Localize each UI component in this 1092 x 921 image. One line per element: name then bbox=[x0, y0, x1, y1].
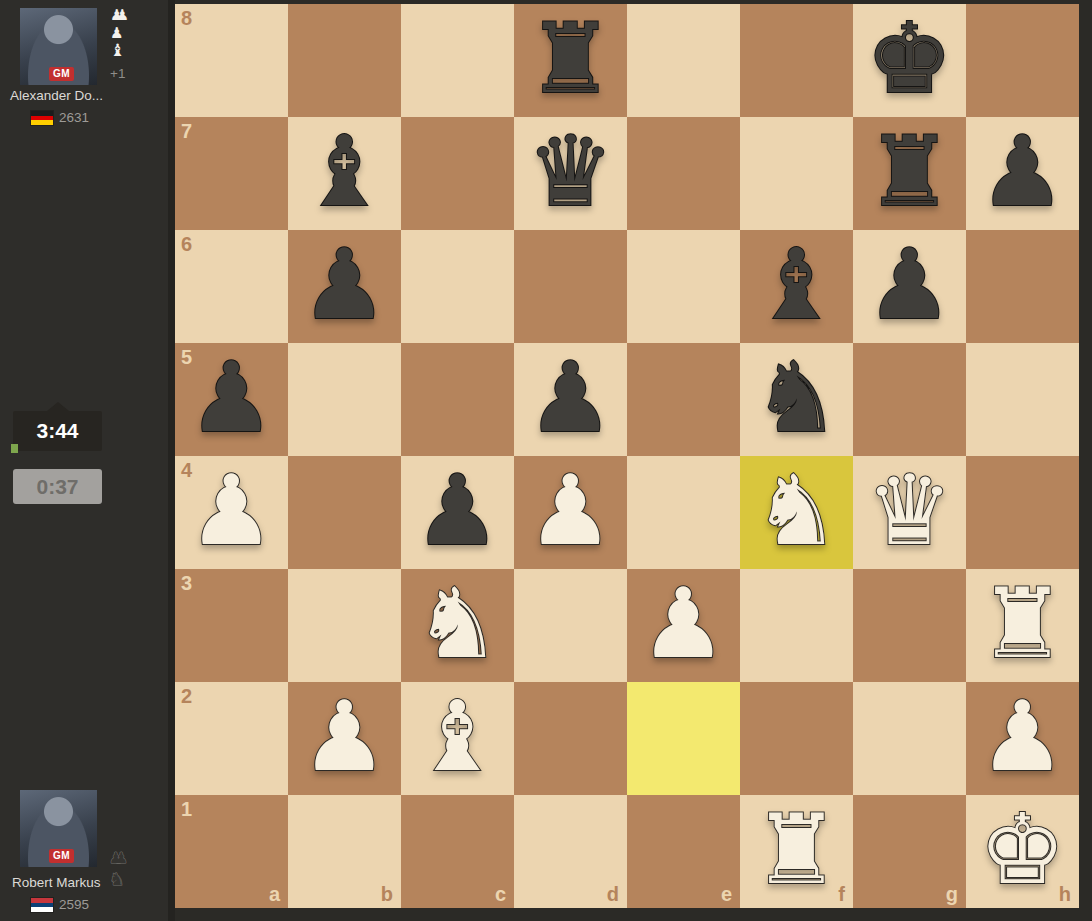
square-e6[interactable] bbox=[627, 230, 740, 343]
square-c7[interactable] bbox=[401, 117, 514, 230]
square-a1[interactable]: 1a bbox=[175, 795, 288, 908]
rank-label-2: 2 bbox=[181, 685, 192, 708]
square-f4[interactable]: ♞ bbox=[740, 456, 853, 569]
white-knight-piece[interactable]: ♞ bbox=[740, 456, 853, 569]
square-h7[interactable]: ♟ bbox=[966, 117, 1079, 230]
top-player-rating: 2631 bbox=[59, 110, 89, 125]
square-e8[interactable] bbox=[627, 4, 740, 117]
square-f5[interactable]: ♞ bbox=[740, 343, 853, 456]
square-g6[interactable]: ♟ bbox=[853, 230, 966, 343]
square-h5[interactable] bbox=[966, 343, 1079, 456]
square-h8[interactable] bbox=[966, 4, 1079, 117]
square-d1[interactable]: d bbox=[514, 795, 627, 908]
rank-label-6: 6 bbox=[181, 233, 192, 256]
square-a5[interactable]: 5♟ bbox=[175, 343, 288, 456]
square-g2[interactable] bbox=[853, 682, 966, 795]
square-c4[interactable]: ♟ bbox=[401, 456, 514, 569]
square-h2[interactable]: ♟ bbox=[966, 682, 1079, 795]
black-pawn-piece[interactable]: ♟ bbox=[853, 230, 966, 343]
white-pawn-piece[interactable]: ♟ bbox=[175, 456, 288, 569]
top-player-title-badge: GM bbox=[49, 67, 74, 81]
white-clock: 0:37 bbox=[13, 469, 102, 504]
black-bishop-piece[interactable]: ♝ bbox=[288, 117, 401, 230]
white-pawn-piece[interactable]: ♟ bbox=[288, 682, 401, 795]
white-king-piece[interactable]: ♚ bbox=[966, 795, 1079, 908]
file-label-g: g bbox=[946, 883, 958, 906]
captured-bishop-icon: ♝ bbox=[110, 42, 125, 59]
germany-flag-icon bbox=[31, 111, 53, 125]
square-e1[interactable]: e bbox=[627, 795, 740, 908]
square-h4[interactable] bbox=[966, 456, 1079, 569]
white-pawn-piece[interactable]: ♟ bbox=[514, 456, 627, 569]
square-g8[interactable]: ♚ bbox=[853, 4, 966, 117]
black-pawn-piece[interactable]: ♟ bbox=[401, 456, 514, 569]
file-label-c: c bbox=[495, 883, 506, 906]
black-pawn-piece[interactable]: ♟ bbox=[288, 230, 401, 343]
square-c3[interactable]: ♞ bbox=[401, 569, 514, 682]
square-f3[interactable] bbox=[740, 569, 853, 682]
square-g4[interactable]: ♛ bbox=[853, 456, 966, 569]
white-queen-piece[interactable]: ♛ bbox=[853, 456, 966, 569]
square-c8[interactable] bbox=[401, 4, 514, 117]
square-a8[interactable]: 8 bbox=[175, 4, 288, 117]
square-g1[interactable]: g bbox=[853, 795, 966, 908]
board-left-seam bbox=[168, 0, 175, 921]
white-knight-piece[interactable]: ♞ bbox=[401, 569, 514, 682]
top-player-name[interactable]: Alexander Do... bbox=[10, 88, 103, 103]
file-label-e: e bbox=[721, 883, 732, 906]
square-e7[interactable] bbox=[627, 117, 740, 230]
square-d6[interactable] bbox=[514, 230, 627, 343]
square-f8[interactable] bbox=[740, 4, 853, 117]
file-label-b: b bbox=[381, 883, 393, 906]
black-bishop-piece[interactable]: ♝ bbox=[740, 230, 853, 343]
square-b5[interactable] bbox=[288, 343, 401, 456]
square-c1[interactable]: c bbox=[401, 795, 514, 908]
square-a2[interactable]: 2 bbox=[175, 682, 288, 795]
square-f2[interactable] bbox=[740, 682, 853, 795]
square-b7[interactable]: ♝ bbox=[288, 117, 401, 230]
bottom-player-name[interactable]: Robert Markus bbox=[12, 875, 101, 890]
square-h6[interactable] bbox=[966, 230, 1079, 343]
serbia-flag-icon bbox=[31, 898, 53, 912]
bottom-player-title-badge: GM bbox=[49, 849, 74, 863]
rank-label-3: 3 bbox=[181, 572, 192, 595]
square-d5[interactable]: ♟ bbox=[514, 343, 627, 456]
square-b2[interactable]: ♟ bbox=[288, 682, 401, 795]
material-advantage: +1 bbox=[110, 66, 125, 81]
square-d4[interactable]: ♟ bbox=[514, 456, 627, 569]
square-a6[interactable]: 6 bbox=[175, 230, 288, 343]
green-status-dot bbox=[11, 444, 18, 453]
square-c2[interactable]: ♝ bbox=[401, 682, 514, 795]
bottom-player-avatar[interactable]: GM bbox=[20, 790, 97, 867]
white-pawn-piece[interactable]: ♟ bbox=[627, 569, 740, 682]
square-e4[interactable] bbox=[627, 456, 740, 569]
black-rook-piece[interactable]: ♜ bbox=[514, 4, 627, 117]
rank-label-1: 1 bbox=[181, 798, 192, 821]
top-player-rating-row: 2631 bbox=[5, 110, 115, 125]
clock-notch bbox=[47, 402, 69, 411]
square-d7[interactable]: ♛ bbox=[514, 117, 627, 230]
black-queen-piece[interactable]: ♛ bbox=[514, 117, 627, 230]
square-a3[interactable]: 3 bbox=[175, 569, 288, 682]
square-g3[interactable] bbox=[853, 569, 966, 682]
black-rook-piece[interactable]: ♜ bbox=[853, 117, 966, 230]
sidebar: GM ♟♟ ♟ ♝ +1 Alexander Do... 2631 3:44 0… bbox=[0, 0, 168, 921]
black-pawn-piece[interactable]: ♟ bbox=[966, 117, 1079, 230]
white-bishop-piece[interactable]: ♝ bbox=[401, 682, 514, 795]
rank-label-7: 7 bbox=[181, 120, 192, 143]
square-h3[interactable]: ♜ bbox=[966, 569, 1079, 682]
file-label-a: a bbox=[269, 883, 280, 906]
square-g7[interactable]: ♜ bbox=[853, 117, 966, 230]
square-c5[interactable] bbox=[401, 343, 514, 456]
square-h1[interactable]: h♚ bbox=[966, 795, 1079, 908]
square-d3[interactable] bbox=[514, 569, 627, 682]
file-label-d: d bbox=[607, 883, 619, 906]
square-f1[interactable]: f♜ bbox=[740, 795, 853, 908]
square-g5[interactable] bbox=[853, 343, 966, 456]
captured-knight-icon: ♞ bbox=[109, 871, 124, 888]
black-knight-piece[interactable]: ♞ bbox=[740, 343, 853, 456]
captured-pawns-pair-icon: ♟♟ bbox=[110, 8, 121, 23]
captured-pawns-pair-icon: ♟♟ bbox=[109, 851, 120, 866]
square-e5[interactable] bbox=[627, 343, 740, 456]
square-b1[interactable]: b bbox=[288, 795, 401, 908]
top-player-avatar[interactable]: GM bbox=[20, 8, 97, 85]
white-rook-piece[interactable]: ♜ bbox=[740, 795, 853, 908]
square-b8[interactable] bbox=[288, 4, 401, 117]
square-b3[interactable] bbox=[288, 569, 401, 682]
square-b4[interactable] bbox=[288, 456, 401, 569]
black-pawn-piece[interactable]: ♟ bbox=[175, 343, 288, 456]
white-pawn-piece[interactable]: ♟ bbox=[966, 682, 1079, 795]
black-pawn-piece[interactable]: ♟ bbox=[514, 343, 627, 456]
square-f6[interactable]: ♝ bbox=[740, 230, 853, 343]
bottom-player-rating-row: 2595 bbox=[5, 897, 115, 912]
square-d2[interactable] bbox=[514, 682, 627, 795]
square-f7[interactable] bbox=[740, 117, 853, 230]
square-d8[interactable]: ♜ bbox=[514, 4, 627, 117]
square-c6[interactable] bbox=[401, 230, 514, 343]
black-king-piece[interactable]: ♚ bbox=[853, 4, 966, 117]
square-a4[interactable]: 4♟ bbox=[175, 456, 288, 569]
bottom-player-rating: 2595 bbox=[59, 897, 89, 912]
square-a7[interactable]: 7 bbox=[175, 117, 288, 230]
white-rook-piece[interactable]: ♜ bbox=[966, 569, 1079, 682]
rank-label-8: 8 bbox=[181, 7, 192, 30]
square-e2[interactable] bbox=[627, 682, 740, 795]
chess-board: 8♜♚7♝♛♜♟6♟♝♟5♟♟♞4♟♟♟♞♛3♞♟♜2♟♝♟1abcdef♜gh… bbox=[175, 4, 1079, 908]
square-e3[interactable]: ♟ bbox=[627, 569, 740, 682]
black-clock: 3:44 bbox=[13, 411, 102, 451]
captured-pawn-icon: ♟ bbox=[110, 26, 123, 41]
square-b6[interactable]: ♟ bbox=[288, 230, 401, 343]
